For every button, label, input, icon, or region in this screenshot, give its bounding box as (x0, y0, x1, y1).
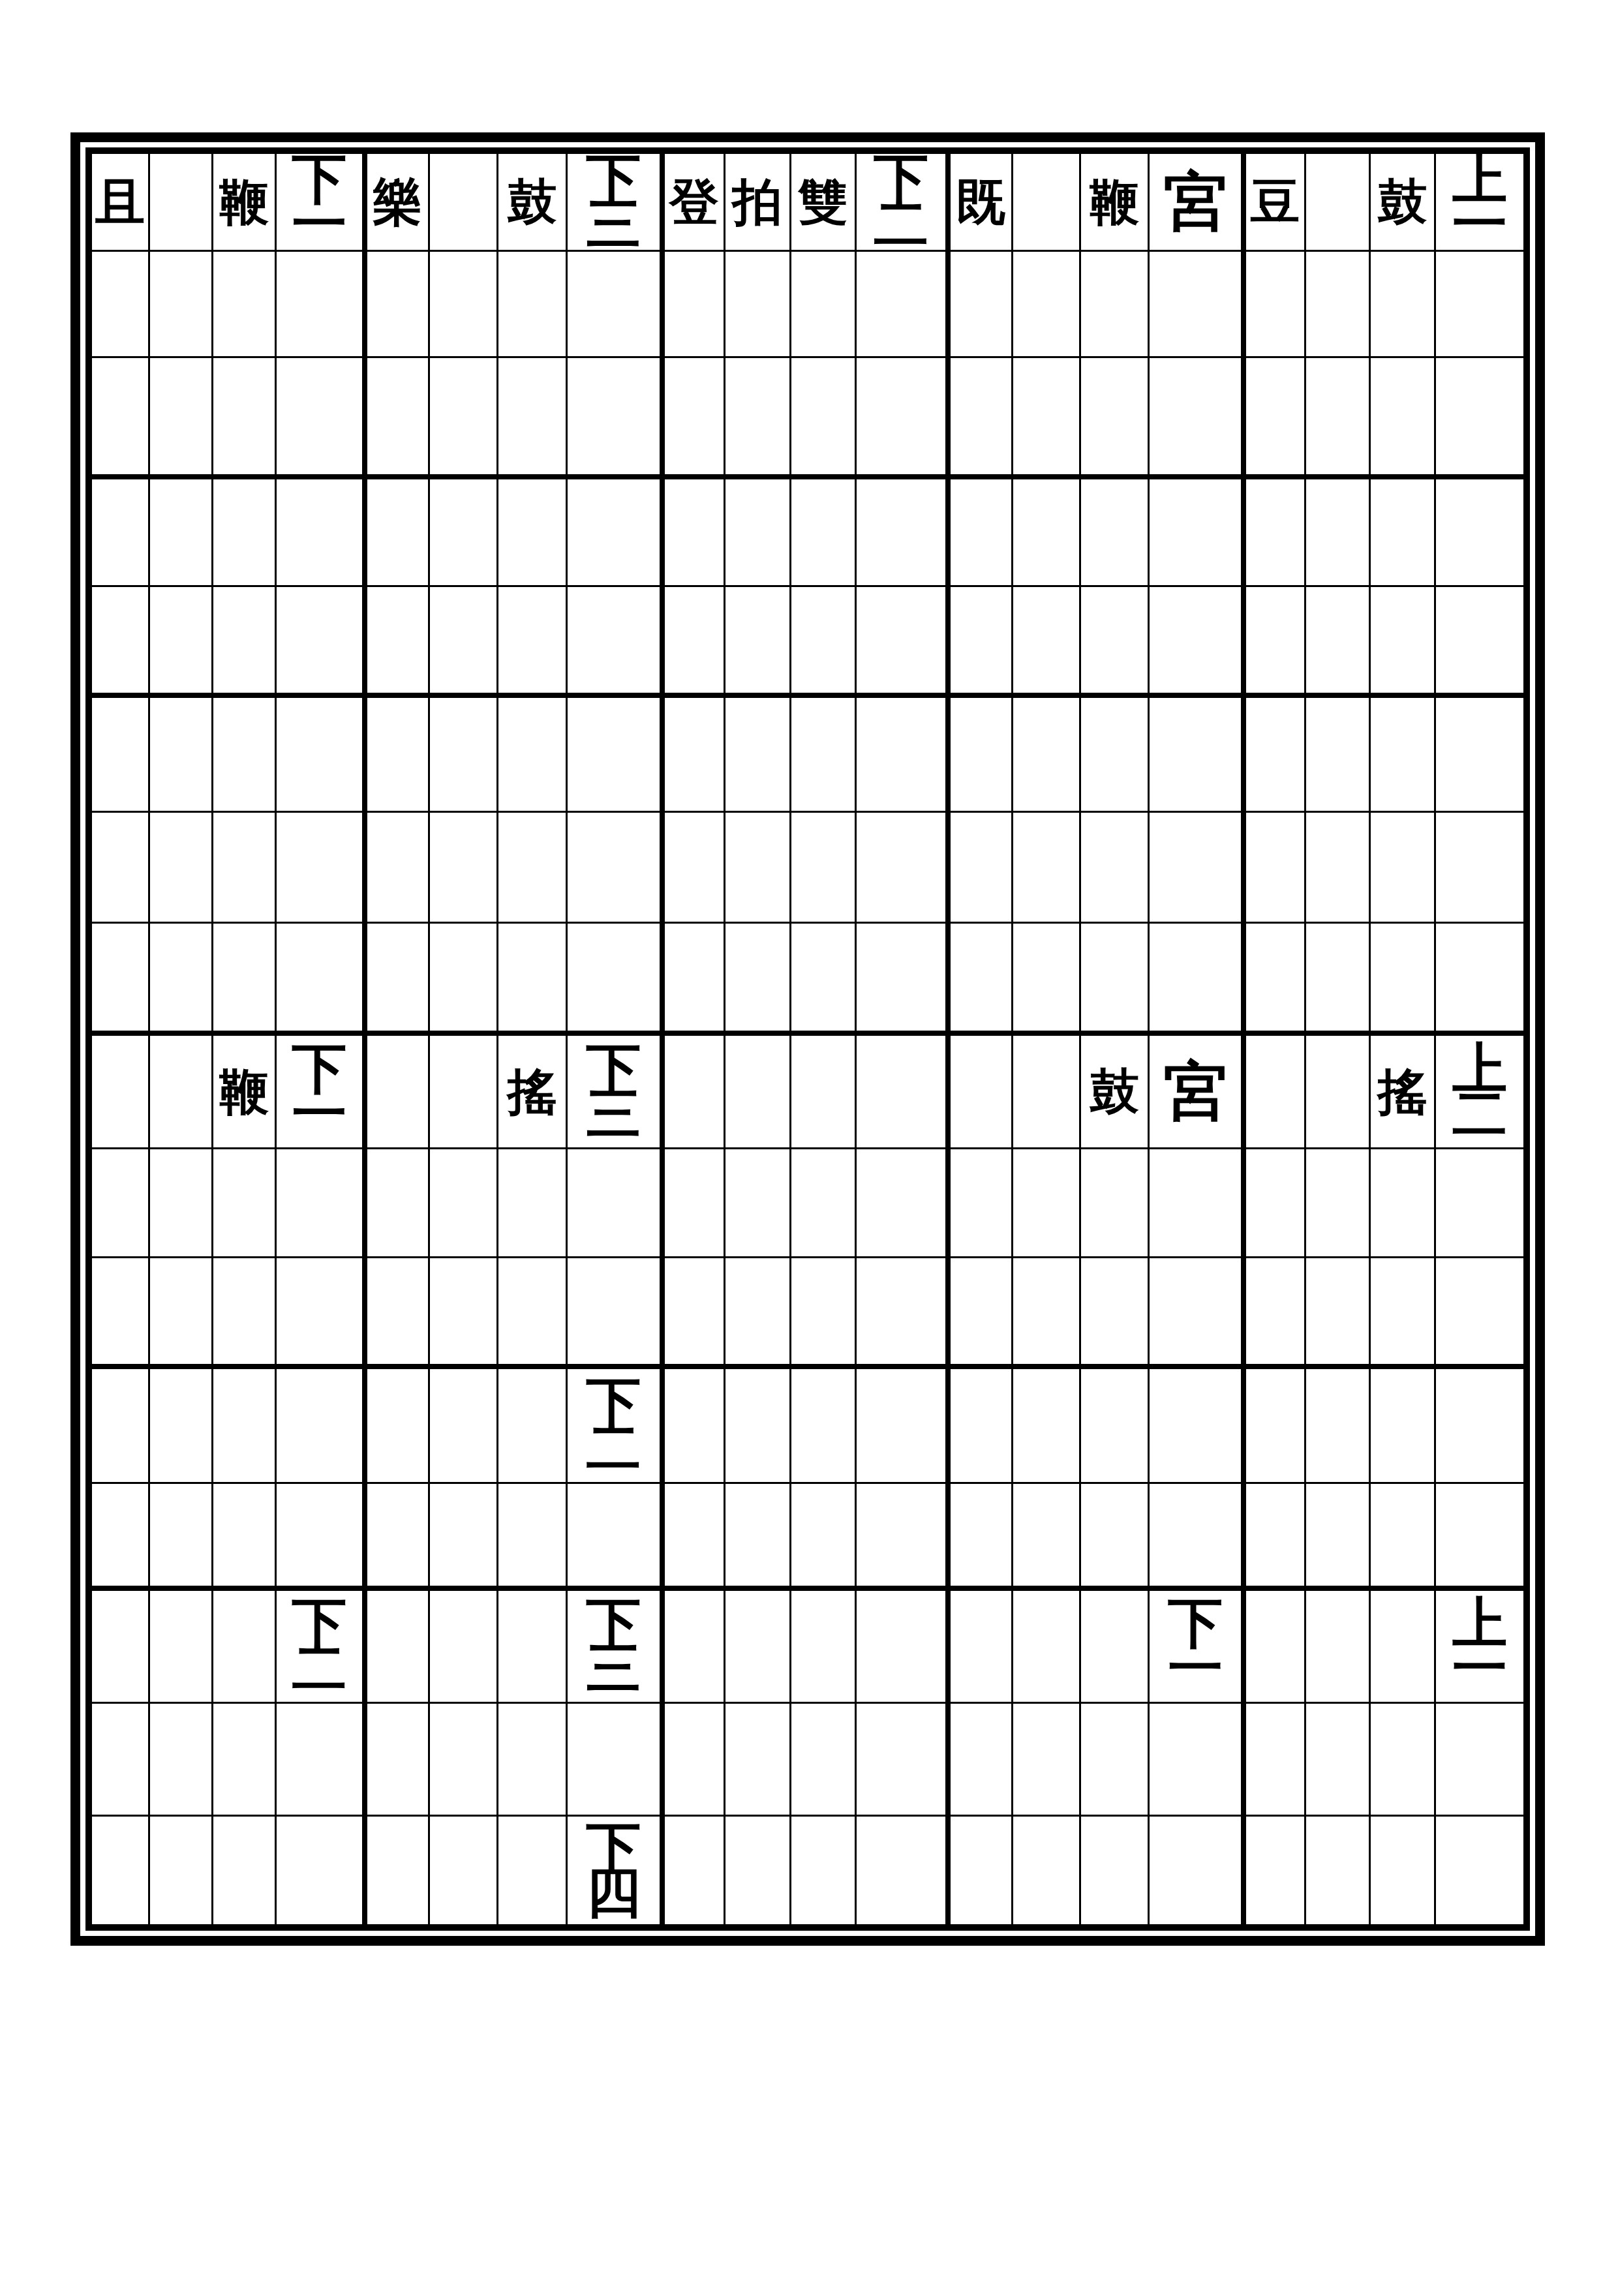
cell-r3-c3-pitch (857, 358, 945, 474)
jeonggan-cell-r2-c5 (1246, 252, 1523, 356)
percussion-sign-glyph: 鼓 (508, 177, 557, 227)
cell-r9-c2-lyric (367, 1036, 430, 1147)
jeonggan-cell-r10-c5 (1246, 1149, 1523, 1256)
score-row-8 (92, 924, 1523, 1036)
cell-r12-c3-pak (725, 1369, 791, 1482)
cell-r15-c3-pak (725, 1704, 791, 1815)
cell-r4-c3-percussion (791, 479, 857, 585)
cell-r3-c2-pak (430, 358, 498, 474)
jeonggan-cell-r6-c5 (1246, 698, 1523, 811)
cell-r12-c4-pak (1013, 1369, 1082, 1482)
cell-r10-c3-pitch (857, 1149, 945, 1256)
cell-r1-c1-pitch: 下一 (277, 154, 361, 250)
pitch-sign-glyph: 宮 (1150, 1060, 1241, 1124)
jeonggan-cell-r7-c4 (951, 813, 1247, 922)
cell-r9-c5-pak (1306, 1036, 1371, 1147)
cell-r14-c2-lyric (367, 1591, 430, 1702)
cell-r6-c1-pak (150, 698, 213, 811)
jeonggan-cell-r12-c1 (92, 1369, 367, 1482)
cell-r8-c5-pak (1306, 924, 1371, 1031)
cell-r7-c3-lyric (665, 813, 725, 922)
cell-r3-c5-pak (1306, 358, 1371, 474)
pitch-sign-glyph: 下一 (1150, 1601, 1241, 1691)
cell-r10-c1-pitch (277, 1149, 361, 1256)
cell-r10-c3-percussion (791, 1149, 857, 1256)
cell-r11-c3-pitch (857, 1258, 945, 1364)
cell-r9-c3-pitch (857, 1036, 945, 1147)
cell-r13-c5-pitch (1436, 1484, 1523, 1586)
cell-r16-c5-pitch (1436, 1817, 1523, 1924)
jeonggan-cell-r5-c4 (951, 587, 1247, 693)
cell-r16-c4-pitch (1150, 1817, 1241, 1924)
cell-r3-c1-lyric (92, 358, 150, 474)
pitch-sign-glyph: 下三 (568, 1047, 660, 1137)
cell-r6-c1-pitch (277, 698, 361, 811)
jeonggan-cell-r8-c4 (951, 924, 1247, 1031)
cell-r8-c5-lyric (1246, 924, 1305, 1031)
pitch-sign-glyph: 下三 (568, 157, 660, 247)
cell-r13-c4-pitch (1150, 1484, 1241, 1586)
cell-r8-c1-lyric (92, 924, 150, 1031)
cell-r4-c5-pak (1306, 479, 1371, 585)
cell-r13-c2-percussion (498, 1484, 567, 1586)
cell-r6-c3-percussion (791, 698, 857, 811)
jeonggan-cell-r6-c4 (951, 698, 1247, 811)
cell-r10-c1-percussion (213, 1149, 277, 1256)
cell-r11-c2-percussion (498, 1258, 567, 1364)
lyric-sign-glyph: 登 (669, 177, 719, 227)
pitch-sign-glyph: 下二 (857, 157, 945, 247)
pitch-sign-glyph: 上一 (1436, 157, 1523, 247)
jeonggan-cell-r8-c1 (92, 924, 367, 1031)
cell-r14-c4-lyric (951, 1591, 1013, 1702)
jeonggan-cell-r5-c5 (1246, 587, 1523, 693)
cell-r5-c1-pitch (277, 587, 361, 693)
cell-r12-c5-lyric (1246, 1369, 1305, 1482)
jeonggan-cell-r5-c2 (367, 587, 665, 693)
cell-r8-c4-percussion (1081, 924, 1150, 1031)
cell-r11-c4-pak (1013, 1258, 1082, 1364)
cell-r3-c1-pitch (277, 358, 361, 474)
cell-r14-c1-percussion (213, 1591, 277, 1702)
jeonggan-cell-r8-c2 (367, 924, 665, 1031)
jeonggan-cell-r4-c4 (951, 479, 1247, 585)
cell-r7-c5-percussion (1371, 813, 1436, 922)
cell-r15-c1-pitch (277, 1704, 361, 1815)
cell-r4-c5-pitch (1436, 479, 1523, 585)
cell-r16-c3-pak (725, 1817, 791, 1924)
cell-r16-c2-lyric (367, 1817, 430, 1924)
cell-r4-c2-pak (430, 479, 498, 585)
cell-r2-c4-lyric (951, 252, 1013, 356)
cell-r4-c2-percussion (498, 479, 567, 585)
cell-r8-c4-lyric (951, 924, 1013, 1031)
cell-r8-c4-pitch (1150, 924, 1241, 1031)
cell-r12-c4-pitch (1150, 1369, 1241, 1482)
cell-r14-c5-lyric (1246, 1591, 1305, 1702)
pitch-sign-glyph: 下一 (277, 1047, 361, 1137)
jeonggan-cell-r1-c1: 且鞭下一 (92, 154, 367, 250)
jeonggan-cell-r13-c1 (92, 1484, 367, 1586)
jeonggan-cell-r3-c2 (367, 358, 665, 474)
pitch-sign-glyph: 宮 (1150, 170, 1241, 234)
jeonggan-cell-r4-c3 (665, 479, 951, 585)
cell-r15-c3-lyric (665, 1704, 725, 1815)
cell-r11-c1-pitch (277, 1258, 361, 1364)
cell-r8-c3-pak (725, 924, 791, 1031)
jeonggan-cell-r16-c1 (92, 1817, 367, 1924)
jeonggan-cell-r11-c1 (92, 1258, 367, 1364)
jeonggan-cell-r3-c1 (92, 358, 367, 474)
jeonggan-cell-r14-c1: 下二 (92, 1591, 367, 1702)
jeonggan-cell-r15-c2 (367, 1704, 665, 1815)
jeonggan-cell-r1-c5: 豆鼓上一 (1246, 154, 1523, 250)
cell-r9-c1-pitch: 下一 (277, 1036, 361, 1147)
cell-r14-c2-pak (430, 1591, 498, 1702)
jeonggan-cell-r1-c4: 既鞭宮 (951, 154, 1247, 250)
cell-r2-c5-pak (1306, 252, 1371, 356)
cell-r3-c5-lyric (1246, 358, 1305, 474)
jeonggan-cell-r7-c5 (1246, 813, 1523, 922)
cell-r9-c2-pitch: 下三 (568, 1036, 660, 1147)
percussion-sign-glyph: 鞭 (1090, 177, 1139, 227)
jeonggan-cell-r7-c2 (367, 813, 665, 922)
cell-r13-c2-pitch (568, 1484, 660, 1586)
cell-r8-c3-percussion (791, 924, 857, 1031)
cell-r13-c5-lyric (1246, 1484, 1305, 1586)
cell-r11-c1-percussion (213, 1258, 277, 1364)
cell-r6-c1-percussion (213, 698, 277, 811)
cell-r14-c2-percussion (498, 1591, 567, 1702)
jeonggan-cell-r7-c3 (665, 813, 951, 922)
cell-r15-c1-percussion (213, 1704, 277, 1815)
cell-r3-c2-lyric (367, 358, 430, 474)
cell-r15-c4-lyric (951, 1704, 1013, 1815)
cell-r5-c1-lyric (92, 587, 150, 693)
cell-r15-c2-pak (430, 1704, 498, 1815)
cell-r4-c3-pitch (857, 479, 945, 585)
cell-r12-c3-lyric (665, 1369, 725, 1482)
cell-r11-c5-pak (1306, 1258, 1371, 1364)
score-row-11 (92, 1258, 1523, 1369)
cell-r1-c4-pak (1013, 154, 1082, 250)
score-row-1: 且鞭下一樂鼓下三登拍雙下二既鞭宮豆鼓上一 (92, 154, 1523, 252)
cell-r2-c2-pitch (568, 252, 660, 356)
cell-r4-c4-pitch (1150, 479, 1241, 585)
jeonggan-cell-r13-c4 (951, 1484, 1247, 1586)
score-row-9: 鞭下一搖下三鼓宮搖上二 (92, 1036, 1523, 1149)
cell-r1-c4-lyric: 既 (951, 154, 1013, 250)
cell-r2-c3-pitch (857, 252, 945, 356)
cell-r12-c5-pitch (1436, 1369, 1523, 1482)
cell-r12-c4-lyric (951, 1369, 1013, 1482)
cell-r1-c2-pak (430, 154, 498, 250)
cell-r2-c3-pak (725, 252, 791, 356)
cell-r3-c2-percussion (498, 358, 567, 474)
cell-r10-c4-lyric (951, 1149, 1013, 1256)
cell-r2-c4-pak (1013, 252, 1082, 356)
score-row-16: 下四 (92, 1817, 1523, 1924)
cell-r11-c2-pak (430, 1258, 498, 1364)
cell-r11-c2-lyric (367, 1258, 430, 1364)
jeonggan-cell-r15-c5 (1246, 1704, 1523, 1815)
cell-r1-c3-pitch: 下二 (857, 154, 945, 250)
cell-r14-c3-percussion (791, 1591, 857, 1702)
jeonggan-cell-r12-c4 (951, 1369, 1247, 1482)
cell-r7-c3-pitch (857, 813, 945, 922)
jeonggan-cell-r12-c2: 下二 (367, 1369, 665, 1482)
lyric-sign-glyph: 既 (956, 177, 1005, 227)
cell-r4-c4-pak (1013, 479, 1082, 585)
cell-r3-c5-pitch (1436, 358, 1523, 474)
cell-r4-c4-lyric (951, 479, 1013, 585)
jeonggan-cell-r10-c3 (665, 1149, 951, 1256)
score-row-15 (92, 1704, 1523, 1817)
jeonggan-cell-r9-c3 (665, 1036, 951, 1147)
cell-r2-c5-lyric (1246, 252, 1305, 356)
jeonggan-cell-r10-c2 (367, 1149, 665, 1256)
cell-r16-c4-lyric (951, 1817, 1013, 1924)
cell-r16-c1-pak (150, 1817, 213, 1924)
cell-r15-c5-pitch (1436, 1704, 1523, 1815)
cell-r8-c2-lyric (367, 924, 430, 1031)
cell-r9-c4-percussion: 鼓 (1081, 1036, 1150, 1147)
cell-r13-c3-pitch (857, 1484, 945, 1586)
cell-r2-c1-pak (150, 252, 213, 356)
jeonggan-cell-r16-c5 (1246, 1817, 1523, 1924)
cell-r5-c2-pitch (568, 587, 660, 693)
cell-r13-c2-pak (430, 1484, 498, 1586)
cell-r16-c1-lyric (92, 1817, 150, 1924)
cell-r9-c5-pitch: 上二 (1436, 1036, 1523, 1147)
cell-r6-c2-pitch (568, 698, 660, 811)
cell-r3-c4-lyric (951, 358, 1013, 474)
cell-r5-c4-pitch (1150, 587, 1241, 693)
cell-r7-c4-percussion (1081, 813, 1150, 922)
cell-r7-c1-pak (150, 813, 213, 922)
cell-r12-c2-pitch: 下二 (568, 1369, 660, 1482)
cell-r16-c2-percussion (498, 1817, 567, 1924)
cell-r10-c2-pak (430, 1149, 498, 1256)
cell-r7-c2-lyric (367, 813, 430, 922)
cell-r13-c2-lyric (367, 1484, 430, 1586)
cell-r9-c3-pak (725, 1036, 791, 1147)
pak-sign-glyph: 拍 (733, 177, 782, 227)
cell-r9-c5-percussion: 搖 (1371, 1036, 1436, 1147)
jeonggan-cell-r1-c3: 登拍雙下二 (665, 154, 951, 250)
cell-r9-c5-lyric (1246, 1036, 1305, 1147)
cell-r9-c2-pak (430, 1036, 498, 1147)
cell-r1-c5-lyric: 豆 (1246, 154, 1305, 250)
cell-r8-c2-pitch (568, 924, 660, 1031)
cell-r15-c4-percussion (1081, 1704, 1150, 1815)
cell-r15-c3-pitch (857, 1704, 945, 1815)
cell-r2-c4-percussion (1081, 252, 1150, 356)
cell-r1-c3-percussion: 雙 (791, 154, 857, 250)
jeonggan-cell-r16-c4 (951, 1817, 1247, 1924)
cell-r12-c3-pitch (857, 1369, 945, 1482)
cell-r5-c4-pak (1013, 587, 1082, 693)
cell-r2-c5-percussion (1371, 252, 1436, 356)
cell-r9-c3-percussion (791, 1036, 857, 1147)
cell-r6-c5-pak (1306, 698, 1371, 811)
cell-r7-c4-lyric (951, 813, 1013, 922)
jeonggan-cell-r10-c4 (951, 1149, 1247, 1256)
cell-r10-c5-pitch (1436, 1149, 1523, 1256)
cell-r1-c3-pak: 拍 (725, 154, 791, 250)
cell-r10-c5-pak (1306, 1149, 1371, 1256)
percussion-sign-glyph: 鞭 (219, 1067, 269, 1117)
cell-r2-c3-percussion (791, 252, 857, 356)
cell-r16-c2-pak (430, 1817, 498, 1924)
cell-r14-c5-pitch: 上一 (1436, 1591, 1523, 1702)
jeonggan-cell-r4-c2 (367, 479, 665, 585)
cell-r5-c2-lyric (367, 587, 430, 693)
jeonggan-cell-r9-c5: 搖上二 (1246, 1036, 1523, 1147)
cell-r15-c5-pak (1306, 1704, 1371, 1815)
jeonggan-cell-r9-c2: 搖下三 (367, 1036, 665, 1147)
pitch-sign-glyph: 下二 (277, 1601, 361, 1691)
jeonggan-cell-r13-c2 (367, 1484, 665, 1586)
cell-r11-c3-lyric (665, 1258, 725, 1364)
cell-r3-c3-lyric (665, 358, 725, 474)
score-row-4 (92, 479, 1523, 587)
jeonggan-cell-r5-c1 (92, 587, 367, 693)
cell-r11-c3-percussion (791, 1258, 857, 1364)
cell-r14-c3-pak (725, 1591, 791, 1702)
cell-r1-c5-percussion: 鼓 (1371, 154, 1436, 250)
cell-r13-c3-pak (725, 1484, 791, 1586)
cell-r7-c1-lyric (92, 813, 150, 922)
cell-r8-c1-percussion (213, 924, 277, 1031)
cell-r1-c2-pitch: 下三 (568, 154, 660, 250)
cell-r9-c3-lyric (665, 1036, 725, 1147)
cell-r13-c5-pak (1306, 1484, 1371, 1586)
cell-r8-c2-percussion (498, 924, 567, 1031)
cell-r5-c1-pak (150, 587, 213, 693)
jeonggan-cell-r14-c5: 上一 (1246, 1591, 1523, 1702)
cell-r10-c4-percussion (1081, 1149, 1150, 1256)
cell-r3-c4-percussion (1081, 358, 1150, 474)
cell-r10-c1-lyric (92, 1149, 150, 1256)
score-board: 且鞭下一樂鼓下三登拍雙下二既鞭宮豆鼓上一鞭下一搖下三鼓宮搖上二下二下二下三下一上… (85, 147, 1530, 1931)
cell-r14-c5-percussion (1371, 1591, 1436, 1702)
cell-r12-c3-percussion (791, 1369, 857, 1482)
cell-r11-c5-percussion (1371, 1258, 1436, 1364)
cell-r2-c1-percussion (213, 252, 277, 356)
cell-r8-c1-pitch (277, 924, 361, 1031)
cell-r5-c3-pak (725, 587, 791, 693)
cell-r14-c4-pitch: 下一 (1150, 1591, 1241, 1702)
jeonggan-cell-r3-c3 (665, 358, 951, 474)
jeonggan-cell-r6-c1 (92, 698, 367, 811)
cell-r15-c5-percussion (1371, 1704, 1436, 1815)
cell-r5-c5-pak (1306, 587, 1371, 693)
cell-r14-c1-lyric (92, 1591, 150, 1702)
cell-r15-c4-pak (1013, 1704, 1082, 1815)
score-row-5 (92, 587, 1523, 698)
cell-r7-c4-pitch (1150, 813, 1241, 922)
jeonggan-cell-r7-c1 (92, 813, 367, 922)
cell-r7-c2-percussion (498, 813, 567, 922)
cell-r10-c2-lyric (367, 1149, 430, 1256)
cell-r11-c1-pak (150, 1258, 213, 1364)
cell-r9-c4-pitch: 宮 (1150, 1036, 1241, 1147)
score-row-2 (92, 252, 1523, 358)
cell-r4-c5-lyric (1246, 479, 1305, 585)
cell-r13-c5-percussion (1371, 1484, 1436, 1586)
cell-r13-c3-percussion (791, 1484, 857, 1586)
cell-r14-c2-pitch: 下三 (568, 1591, 660, 1702)
cell-r12-c2-percussion (498, 1369, 567, 1482)
score-page: 且鞭下一樂鼓下三登拍雙下二既鞭宮豆鼓上一鞭下一搖下三鼓宮搖上二下二下二下三下一上… (0, 0, 1618, 2296)
cell-r10-c5-percussion (1371, 1149, 1436, 1256)
cell-r16-c3-lyric (665, 1817, 725, 1924)
cell-r6-c2-percussion (498, 698, 567, 811)
cell-r5-c4-lyric (951, 587, 1013, 693)
jeonggan-cell-r2-c2 (367, 252, 665, 356)
pitch-sign-glyph: 下三 (568, 1601, 660, 1691)
cell-r12-c1-pak (150, 1369, 213, 1482)
cell-r1-c4-pitch: 宮 (1150, 154, 1241, 250)
jeonggan-cell-r5-c3 (665, 587, 951, 693)
jeonggan-cell-r10-c1 (92, 1149, 367, 1256)
jeonggan-cell-r2-c1 (92, 252, 367, 356)
score-board-frame: 且鞭下一樂鼓下三登拍雙下二既鞭宮豆鼓上一鞭下一搖下三鼓宮搖上二下二下二下三下一上… (70, 132, 1545, 1946)
cell-r13-c1-pitch (277, 1484, 361, 1586)
cell-r1-c1-lyric: 且 (92, 154, 150, 250)
cell-r12-c5-percussion (1371, 1369, 1436, 1482)
percussion-sign-glyph: 搖 (508, 1067, 557, 1117)
cell-r5-c3-pitch (857, 587, 945, 693)
cell-r5-c3-percussion (791, 587, 857, 693)
lyric-sign-glyph: 且 (95, 177, 145, 227)
cell-r12-c1-pitch (277, 1369, 361, 1482)
cell-r3-c1-pak (150, 358, 213, 474)
pitch-sign-glyph: 下四 (568, 1826, 660, 1916)
cell-r4-c1-lyric (92, 479, 150, 585)
jeonggan-cell-r12-c3 (665, 1369, 951, 1482)
cell-r4-c3-pak (725, 479, 791, 585)
cell-r12-c2-pak (430, 1369, 498, 1482)
cell-r11-c4-percussion (1081, 1258, 1150, 1364)
score-row-13 (92, 1484, 1523, 1591)
cell-r8-c3-pitch (857, 924, 945, 1031)
jeonggan-cell-r3-c5 (1246, 358, 1523, 474)
cell-r1-c2-percussion: 鼓 (498, 154, 567, 250)
cell-r14-c5-pak (1306, 1591, 1371, 1702)
cell-r6-c1-lyric (92, 698, 150, 811)
jeonggan-cell-r2-c4 (951, 252, 1247, 356)
cell-r6-c3-pitch (857, 698, 945, 811)
cell-r5-c5-percussion (1371, 587, 1436, 693)
cell-r2-c3-lyric (665, 252, 725, 356)
cell-r10-c2-percussion (498, 1149, 567, 1256)
cell-r14-c3-lyric (665, 1591, 725, 1702)
cell-r6-c4-lyric (951, 698, 1013, 811)
cell-r3-c3-pak (725, 358, 791, 474)
cell-r1-c1-percussion: 鞭 (213, 154, 277, 250)
cell-r13-c1-percussion (213, 1484, 277, 1586)
cell-r11-c4-pitch (1150, 1258, 1241, 1364)
percussion-sign-glyph: 鼓 (1090, 1067, 1139, 1117)
cell-r6-c4-percussion (1081, 698, 1150, 811)
cell-r16-c1-pitch (277, 1817, 361, 1924)
cell-r9-c2-percussion: 搖 (498, 1036, 567, 1147)
cell-r5-c5-lyric (1246, 587, 1305, 693)
jeonggan-cell-r14-c2: 下三 (367, 1591, 665, 1702)
cell-r14-c1-pak (150, 1591, 213, 1702)
